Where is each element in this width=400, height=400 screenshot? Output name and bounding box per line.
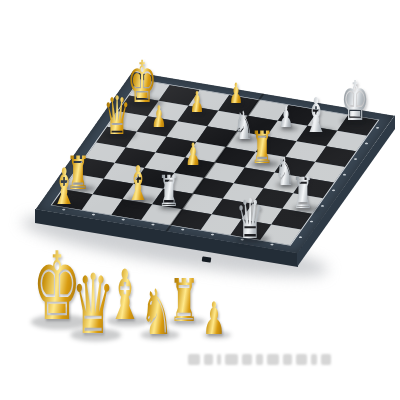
gold-pawn-c7: ♟ [189,88,204,117]
rim-tick-bottom [121,219,125,221]
watermark-blob [283,354,292,365]
rim-tick-right [309,221,313,223]
gold-queen-a5: ♛ [103,89,131,142]
watermark-blob [296,354,307,365]
rim-tick-right [331,189,335,191]
rim-tick-bottom [210,234,214,236]
watermark-blob [242,354,252,365]
rim-tick-bottom [181,229,185,231]
tray-gold-queen: ♛ [71,263,114,346]
watermark-blob [225,354,238,365]
silver-rook-h3: ♜ [292,172,314,215]
watermark-blob [321,354,331,365]
rim-tick-bottom [270,244,274,246]
rim-tick-right [342,174,346,176]
rim-tick-right [298,236,302,238]
silver-bishop-g7: ♝ [304,91,329,139]
silver-queen-g1: ♛ [236,192,265,247]
rim-tick-right [364,142,368,144]
gold-bishop-a1: ♝ [51,162,77,212]
rim-tick-bottom [151,224,155,226]
tray-gold-knight: ♞ [141,281,174,344]
gold-rook-f5: ♜ [250,125,273,170]
silver-pawn-f7: ♟ [278,103,293,132]
gold-pawn-d4: ♟ [185,139,201,170]
watermark-blob [204,354,213,365]
silver-rook-d2: ♜ [158,170,180,213]
watermark-blob [217,354,221,365]
watermark-blob [267,354,279,365]
rim-tick-right [320,205,324,207]
gold-bishop-c2: ♝ [126,159,151,207]
product-photo-scene: ♚♛♜♝♝♜♟♟♟♟♚♝♟♞♞♜♛♜ ♚♛♝♞♜♟ [0,0,400,400]
gold-pawn-b6: ♟ [151,102,167,132]
rim-tick-right [375,127,379,129]
silver-king-h8: ♚ [341,74,370,129]
tray-gold-pawn: ♟ [202,296,225,341]
watermark-blob [188,354,200,365]
watermark-blob [311,354,317,365]
rim-tick-right [353,158,357,160]
rim-tick-bottom [91,214,95,216]
watermark [188,350,348,368]
watermark-blob [256,354,263,365]
